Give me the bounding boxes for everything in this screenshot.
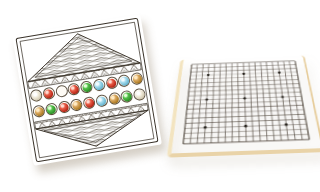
gem-cell[interactable] [29,89,43,103]
gem-board [12,14,162,166]
gem-red[interactable] [69,84,79,94]
star-point [278,72,281,74]
gem-cell[interactable] [117,74,131,88]
gem-cell[interactable] [42,86,56,100]
go-board-wrapper [161,0,318,155]
gem-cell[interactable] [133,87,147,101]
gem-amber[interactable] [109,93,119,103]
gem-cell[interactable] [95,94,109,108]
gem-cell[interactable] [70,98,84,112]
star-point [244,125,247,128]
star-point [242,73,245,75]
gem-cell[interactable] [57,100,71,114]
gem-cell[interactable] [32,104,46,118]
star-point [205,98,208,100]
gem-cell[interactable] [67,82,81,96]
gem-green[interactable] [122,91,132,101]
gem-amber[interactable] [34,106,44,116]
gem-green[interactable] [81,82,91,92]
gem-cell[interactable] [80,80,94,94]
gem-green[interactable] [46,104,56,114]
go-grid [171,56,320,154]
star-point [203,126,207,129]
gem-amber[interactable] [71,100,81,110]
gem-lightblue[interactable] [97,96,107,106]
gem-cell[interactable] [105,76,119,90]
gem-red[interactable] [44,88,54,98]
star-point [243,97,246,99]
go-board[interactable] [167,56,320,158]
gem-lightblue[interactable] [119,76,129,86]
gem-white[interactable] [31,90,41,100]
star-point [207,74,210,76]
gem-cell[interactable] [82,96,96,110]
gem-amber[interactable] [132,73,142,83]
gem-white[interactable] [134,89,144,99]
star-point [281,96,284,98]
gem-red[interactable] [59,102,69,112]
gem-cell[interactable] [107,92,121,106]
gem-cell[interactable] [120,90,134,104]
star-point [284,123,288,126]
photo-scene [0,0,320,192]
gem-cell[interactable] [130,72,144,86]
gem-lightblue[interactable] [94,80,104,90]
gem-cell[interactable] [54,84,68,98]
gem-cell[interactable] [45,102,59,116]
gem-red[interactable] [106,78,116,88]
gem-red[interactable] [84,98,94,108]
gem-cell[interactable] [92,78,106,92]
